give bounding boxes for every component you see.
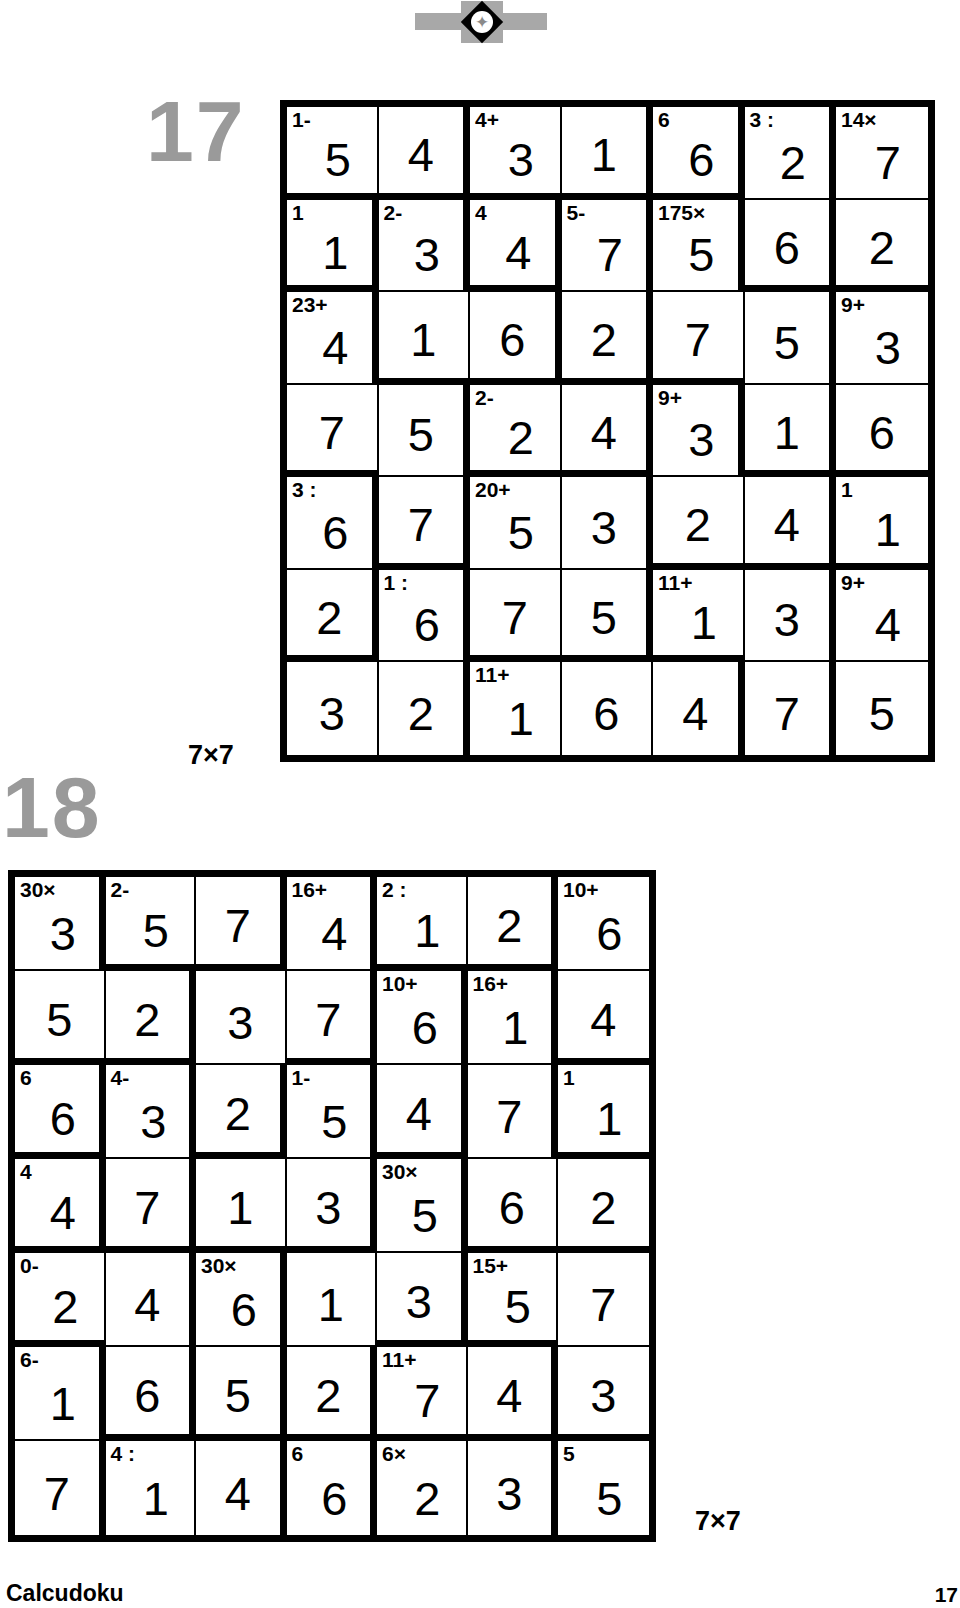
p17-cell-r6c6[interactable]: 3 (745, 570, 837, 663)
p17-cell-r1c1[interactable]: 1-5 (287, 107, 379, 200)
cell-value: 6 (468, 1169, 557, 1246)
p17-cell-r2c1[interactable]: 11 (287, 200, 379, 293)
cell-value: 4 (106, 1263, 190, 1345)
p17-cell-r1c2[interactable]: 4 (379, 107, 471, 200)
p18-cell-r7c3[interactable]: 4 (196, 1441, 287, 1535)
p17-cell-r3c6[interactable]: 5 (745, 292, 837, 385)
cell-value: 4 (293, 892, 377, 974)
p18-cell-r2c2[interactable]: 2 (106, 971, 197, 1065)
cell-value: 3 (562, 487, 647, 568)
cell-value: 4 (196, 1451, 280, 1535)
cell-value: 4 (468, 1357, 552, 1434)
cell-value: 4 (558, 981, 649, 1058)
cell-value: 7 (470, 580, 560, 656)
puzzle-17-grid: 1-544+31663 :214×7112-3445-7175×56223+41… (280, 100, 935, 762)
cell-value: 7 (196, 887, 280, 964)
p18-cell-r4c3[interactable]: 1 (196, 1159, 287, 1253)
cell-value: 6 (564, 892, 655, 974)
p18-cell-r2c4[interactable]: 7 (287, 971, 378, 1065)
p17-cell-r3c7[interactable]: 9+3 (836, 292, 928, 385)
p17-cell-r3c4[interactable]: 2 (562, 292, 654, 385)
p17-cell-r1c7[interactable]: 14×7 (836, 107, 928, 200)
p18-cell-r5c6[interactable]: 15+5 (468, 1253, 559, 1347)
p18-cell-r4c2[interactable]: 7 (106, 1159, 197, 1253)
cell-value: 5 (476, 492, 566, 573)
cell-value: 1 (562, 117, 647, 193)
p18-cell-r3c3[interactable]: 2 (196, 1065, 287, 1159)
p17-cell-r4c5[interactable]: 9+3 (653, 385, 745, 478)
p18-cell-r7c2[interactable]: 4 :1 (106, 1441, 197, 1535)
p18-cell-r4c5[interactable]: 30×5 (377, 1159, 468, 1253)
p17-cell-r1c5[interactable]: 66 (653, 107, 745, 200)
p17-cell-r5c3[interactable]: 20+5 (470, 477, 562, 570)
p18-cell-r2c5[interactable]: 10+6 (377, 971, 468, 1065)
p17-cell-r1c4[interactable]: 1 (562, 107, 654, 200)
cell-value: 3 (659, 400, 744, 481)
cell-value: 5 (562, 580, 647, 656)
puzzle-17-number: 17 (146, 88, 246, 174)
cell-value: 2 (106, 981, 190, 1058)
cell-value: 1 (112, 1456, 201, 1540)
p17-cell-r3c3[interactable]: 6 (470, 292, 562, 385)
p17-cell-r6c2[interactable]: 1 :6 (379, 570, 471, 663)
cell-value: 7 (468, 1075, 552, 1157)
p17-cell-r7c5[interactable]: 4 (653, 662, 745, 755)
p17-cell-r5c5[interactable]: 2 (653, 477, 745, 570)
p18-cell-r1c2[interactable]: 2-5 (106, 877, 197, 971)
p18-cell-r2c7[interactable]: 4 (558, 971, 649, 1065)
cell-value: 5 (564, 1456, 655, 1540)
cell-value: 2 (196, 1075, 280, 1152)
p17-cell-r6c3[interactable]: 7 (470, 570, 562, 663)
compass-star-icon: ✦ (471, 11, 493, 33)
p18-cell-r3c2[interactable]: 4-3 (106, 1065, 197, 1159)
p17-cell-r5c2[interactable]: 7 (379, 477, 471, 570)
cell-value: 1 (379, 302, 469, 378)
p17-cell-r3c2[interactable]: 1 (379, 292, 471, 385)
p18-cell-r1c4[interactable]: 16+4 (287, 877, 378, 971)
cell-value: 6 (106, 1357, 190, 1434)
cell-value: 3 (377, 1263, 461, 1340)
cell-value: 5 (196, 1357, 280, 1434)
p18-cell-r7c1[interactable]: 7 (15, 1441, 106, 1535)
cell-value: 3 (21, 892, 105, 974)
cell-value: 7 (745, 672, 830, 755)
cell-value: 1 (287, 1263, 376, 1345)
p18-cell-r5c4[interactable]: 1 (287, 1253, 378, 1347)
p17-cell-r2c4[interactable]: 5-7 (562, 200, 654, 293)
cell-value: 7 (106, 1169, 190, 1246)
p17-cell-r2c7[interactable]: 2 (836, 200, 928, 293)
cell-value: 3 (385, 215, 470, 296)
cell-value: 6 (659, 122, 744, 198)
cell-value: 5 (836, 672, 928, 755)
p18-cell-r2c6[interactable]: 16+1 (468, 971, 559, 1065)
p17-cell-r6c4[interactable]: 5 (562, 570, 654, 663)
cell-value: 3 (745, 580, 830, 661)
p18-cell-r5c7[interactable]: 7 (558, 1253, 649, 1347)
cell-value: 6 (293, 492, 378, 573)
cell-value: 2 (383, 1456, 472, 1540)
cell-value: 7 (287, 981, 371, 1058)
p18-cell-r4c7[interactable]: 2 (558, 1159, 649, 1253)
p18-cell-r1c5[interactable]: 2 :1 (377, 877, 468, 971)
p18-cell-r1c6[interactable]: 2 (468, 877, 559, 971)
cell-value: 5 (112, 892, 201, 969)
cell-value: 2 (751, 122, 836, 203)
p18-cell-r4c6[interactable]: 6 (468, 1159, 559, 1253)
p17-cell-r2c5[interactable]: 175×5 (653, 200, 745, 293)
cell-value: 4 (21, 1174, 105, 1251)
p18-cell-r3c1[interactable]: 66 (15, 1065, 106, 1159)
p17-cell-r7c7[interactable]: 5 (836, 662, 928, 755)
cell-value: 1 (745, 395, 830, 471)
cell-value: 1 (659, 585, 749, 661)
cell-value: 4 (377, 1075, 461, 1152)
p17-cell-r4c4[interactable]: 4 (562, 385, 654, 478)
p17-cell-r6c7[interactable]: 9+4 (836, 570, 928, 663)
cell-value: 4 (842, 585, 934, 666)
cell-value: 5 (659, 215, 744, 296)
p18-cell-r4c1[interactable]: 44 (15, 1159, 106, 1253)
cell-value: 5 (15, 981, 104, 1058)
p17-cell-r7c2[interactable]: 2 (379, 662, 471, 755)
p17-cell-r3c1[interactable]: 23+4 (287, 292, 379, 385)
cell-value: 2 (836, 210, 928, 286)
cell-value: 7 (558, 1263, 649, 1345)
cell-value: 7 (287, 395, 377, 471)
p18-cell-r3c7[interactable]: 11 (558, 1065, 649, 1159)
cell-value: 2 (21, 1268, 110, 1345)
p17-cell-r7c6[interactable]: 7 (745, 662, 837, 755)
p17-cell-r5c7[interactable]: 11 (836, 477, 928, 570)
p18-cell-r6c5[interactable]: 11+7 (377, 1347, 468, 1441)
p18-cell-r3c5[interactable]: 4 (377, 1065, 468, 1159)
p18-cell-r1c7[interactable]: 10+6 (558, 877, 649, 971)
puzzle-18-number: 18 (2, 764, 102, 850)
cell-value: 5 (293, 1080, 377, 1162)
cell-value: 4 (653, 672, 738, 755)
cell-value: 6 (836, 395, 928, 471)
p18-cell-r4c4[interactable]: 3 (287, 1159, 378, 1253)
cell-value: 4 (562, 395, 647, 471)
p18-cell-r3c4[interactable]: 1-5 (287, 1065, 378, 1159)
p17-cell-r7c4[interactable]: 6 (562, 662, 654, 755)
cell-value: 5 (383, 1174, 467, 1256)
cell-value: 2 (653, 487, 743, 563)
cell-value: 6 (293, 1456, 377, 1540)
p18-cell-r7c7[interactable]: 55 (558, 1441, 649, 1535)
cell-value: 1 (293, 215, 378, 291)
p18-cell-r5c5[interactable]: 3 (377, 1253, 468, 1347)
cell-value: 3 (558, 1357, 649, 1434)
cell-value: 4 (293, 307, 378, 388)
p17-cell-r4c3[interactable]: 2-2 (470, 385, 562, 478)
p18-cell-r6c7[interactable]: 3 (558, 1347, 649, 1441)
p18-cell-r7c4[interactable]: 66 (287, 1441, 378, 1535)
cell-value: 1 (196, 1169, 285, 1246)
calcudoku-page: ✦ 17 1-544+31663 :214×7112-3445-7175×562… (0, 0, 960, 1608)
p18-cell-r7c6[interactable]: 3 (468, 1441, 559, 1535)
p17-cell-r2c3[interactable]: 44 (470, 200, 562, 293)
cell-value: 3 (196, 981, 285, 1063)
cell-value: 2 (558, 1169, 649, 1246)
p18-cell-r6c2[interactable]: 6 (106, 1347, 197, 1441)
cell-value: 2 (562, 302, 647, 378)
p17-cell-r2c6[interactable]: 6 (745, 200, 837, 293)
cell-value: 7 (379, 487, 464, 563)
cell-value: 6 (202, 1268, 286, 1350)
cell-value: 6 (383, 986, 467, 1068)
cell-value: 3 (468, 1451, 552, 1535)
cell-value: 7 (15, 1451, 99, 1535)
cell-value: 3 (287, 1169, 371, 1246)
p17-cell-r2c2[interactable]: 2-3 (379, 200, 471, 293)
p18-cell-r6c4[interactable]: 2 (287, 1347, 378, 1441)
cell-value: 1 (564, 1080, 655, 1157)
footer-title: Calcudoku (6, 1580, 124, 1607)
p17-cell-r4c1[interactable]: 7 (287, 385, 379, 478)
cell-value: 7 (842, 122, 934, 203)
cell-value: 6 (745, 210, 830, 286)
cell-value: 3 (287, 672, 377, 755)
p17-cell-r1c3[interactable]: 4+3 (470, 107, 562, 200)
p18-cell-r5c2[interactable]: 4 (106, 1253, 197, 1347)
cell-value: 5 (745, 302, 830, 383)
cell-value: 2 (379, 672, 464, 755)
cell-value: 3 (112, 1080, 196, 1162)
p18-cell-r1c3[interactable]: 7 (196, 877, 287, 971)
p18-cell-r1c1[interactable]: 30×3 (15, 877, 106, 971)
cell-value: 2 (287, 1357, 371, 1434)
p18-cell-r2c1[interactable]: 5 (15, 971, 106, 1065)
cell-value: 6 (385, 585, 470, 666)
p17-cell-r4c7[interactable]: 6 (836, 385, 928, 478)
cell-value: 2 (287, 580, 372, 656)
p18-cell-r7c5[interactable]: 6×2 (377, 1441, 468, 1535)
cell-value: 2 (476, 400, 566, 476)
p18-cell-r5c3[interactable]: 30×6 (196, 1253, 287, 1347)
cell-value: 6 (470, 302, 555, 378)
cell-value: 1 (21, 1362, 105, 1444)
p18-cell-r6c3[interactable]: 5 (196, 1347, 287, 1441)
p18-cell-r6c6[interactable]: 4 (468, 1347, 559, 1441)
cell-value: 4 (476, 215, 561, 291)
cell-value: 7 (383, 1362, 472, 1439)
cell-value: 4 (379, 117, 464, 193)
cell-value: 7 (653, 302, 743, 378)
p17-cell-r5c1[interactable]: 3 :6 (287, 477, 379, 570)
cell-value: 1 (842, 492, 934, 568)
cell-value: 6 (562, 672, 652, 755)
cell-value: 5 (474, 1268, 563, 1345)
p17-cell-r1c6[interactable]: 3 :2 (745, 107, 837, 200)
p17-cell-r7c1[interactable]: 3 (287, 662, 379, 755)
p17-cell-r5c4[interactable]: 3 (562, 477, 654, 570)
cell-value: 3 (476, 122, 566, 198)
cell-value: 4 (745, 487, 830, 563)
p17-cell-r4c6[interactable]: 1 (745, 385, 837, 478)
p18-cell-r6c1[interactable]: 6-1 (15, 1347, 106, 1441)
p18-cell-r2c3[interactable]: 3 (196, 971, 287, 1065)
p17-cell-r4c2[interactable]: 5 (379, 385, 471, 478)
p18-cell-r3c6[interactable]: 7 (468, 1065, 559, 1159)
p17-cell-r6c5[interactable]: 11+1 (653, 570, 745, 663)
p17-cell-r6c1[interactable]: 2 (287, 570, 379, 663)
cell-value: 5 (293, 122, 383, 198)
cell-value: 7 (568, 215, 653, 296)
cell-value: 2 (468, 887, 552, 964)
cell-value: 6 (21, 1080, 105, 1157)
puzzle-18-grid: 30×32-5716+42 :1210+6523710+616+14664-32… (8, 870, 656, 1542)
p18-cell-r5c1[interactable]: 0-2 (15, 1253, 106, 1347)
cell-value: 5 (379, 395, 464, 476)
cell-value: 1 (476, 677, 566, 760)
puzzle-18-size-label: 7×7 (695, 1506, 741, 1537)
p17-cell-r7c3[interactable]: 11+1 (470, 662, 562, 755)
cell-value: 1 (383, 892, 472, 969)
footer-page-number: 17 (935, 1583, 958, 1607)
p17-cell-r5c6[interactable]: 4 (745, 477, 837, 570)
cell-value: 1 (474, 986, 558, 1068)
p17-cell-r3c5[interactable]: 7 (653, 292, 745, 385)
cell-value: 3 (842, 307, 934, 388)
puzzle-17-size-label: 7×7 (188, 740, 234, 771)
